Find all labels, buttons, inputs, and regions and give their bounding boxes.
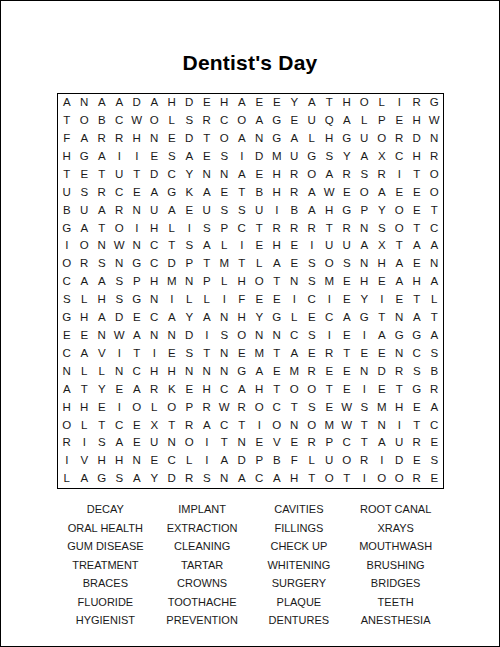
grid-cell-r11c15[interactable]: S <box>303 273 321 291</box>
grid-cell-r14c14[interactable]: C <box>286 327 304 345</box>
grid-cell-r5c3[interactable]: T <box>93 166 111 184</box>
grid-cell-r3c20[interactable]: R <box>391 130 409 148</box>
grid-cell-r2c14[interactable]: E <box>286 112 304 130</box>
grid-cell-r21c18[interactable]: R <box>356 452 374 470</box>
grid-cell-r2c13[interactable]: G <box>268 112 286 130</box>
grid-cell-r14c22[interactable]: A <box>426 327 444 345</box>
grid-cell-r16c5[interactable]: C <box>128 363 146 381</box>
grid-cell-r22c2[interactable]: A <box>76 470 94 488</box>
grid-cell-r17c21[interactable]: G <box>408 381 426 399</box>
grid-cell-r11c4[interactable]: S <box>111 273 129 291</box>
grid-cell-r18c22[interactable]: A <box>426 398 444 416</box>
grid-cell-r10c2[interactable]: R <box>76 255 94 273</box>
grid-cell-r6c20[interactable]: E <box>391 184 409 202</box>
grid-cell-r9c3[interactable]: N <box>93 237 111 255</box>
grid-cell-r9c19[interactable]: X <box>373 237 391 255</box>
grid-cell-r3c10[interactable]: O <box>216 130 234 148</box>
grid-cell-r14c10[interactable]: S <box>216 327 234 345</box>
grid-cell-r2c10[interactable]: C <box>216 112 234 130</box>
grid-cell-r7c21[interactable]: E <box>408 201 426 219</box>
grid-cell-r5c20[interactable]: I <box>391 166 409 184</box>
grid-cell-r8c12[interactable]: T <box>251 219 269 237</box>
grid-cell-r12c5[interactable]: G <box>128 291 146 309</box>
grid-cell-r5c11[interactable]: A <box>233 166 251 184</box>
grid-cell-r2c19[interactable]: P <box>373 112 391 130</box>
grid-cell-r3c1[interactable]: F <box>58 130 76 148</box>
grid-cell-r21c10[interactable]: A <box>216 452 234 470</box>
grid-cell-r3c21[interactable]: D <box>408 130 426 148</box>
grid-cell-r13c4[interactable]: D <box>111 309 129 327</box>
grid-cell-r15c19[interactable]: E <box>373 345 391 363</box>
grid-cell-r16c19[interactable]: D <box>373 363 391 381</box>
grid-cell-r3c7[interactable]: E <box>163 130 181 148</box>
grid-cell-r6c14[interactable]: R <box>286 184 304 202</box>
grid-cell-r14c4[interactable]: W <box>111 327 129 345</box>
grid-cell-r17c16[interactable]: T <box>321 381 339 399</box>
grid-cell-r6c15[interactable]: A <box>303 184 321 202</box>
grid-cell-r21c11[interactable]: D <box>233 452 251 470</box>
grid-cell-r10c9[interactable]: T <box>198 255 216 273</box>
grid-cell-r1c15[interactable]: A <box>303 94 321 112</box>
grid-cell-r5c15[interactable]: O <box>303 166 321 184</box>
grid-cell-r19c12[interactable]: I <box>251 416 269 434</box>
grid-cell-r8c8[interactable]: I <box>181 219 199 237</box>
grid-cell-r11c3[interactable]: A <box>93 273 111 291</box>
grid-cell-r4c20[interactable]: C <box>391 148 409 166</box>
grid-cell-r5c6[interactable]: D <box>146 166 164 184</box>
grid-cell-r1c7[interactable]: H <box>163 94 181 112</box>
grid-cell-r2c2[interactable]: O <box>76 112 94 130</box>
grid-cell-r10c8[interactable]: P <box>181 255 199 273</box>
grid-cell-r13c15[interactable]: E <box>303 309 321 327</box>
grid-cell-r13c10[interactable]: N <box>216 309 234 327</box>
grid-cell-r13c21[interactable]: A <box>408 309 426 327</box>
grid-cell-r7c20[interactable]: O <box>391 201 409 219</box>
grid-cell-r8c9[interactable]: S <box>198 219 216 237</box>
grid-cell-r21c1[interactable]: I <box>58 452 76 470</box>
grid-cell-r16c16[interactable]: E <box>321 363 339 381</box>
grid-cell-r17c1[interactable]: A <box>58 381 76 399</box>
grid-cell-r13c19[interactable]: T <box>373 309 391 327</box>
grid-cell-r1c12[interactable]: E <box>251 94 269 112</box>
grid-cell-r15c10[interactable]: N <box>216 345 234 363</box>
grid-cell-r6c1[interactable]: U <box>58 184 76 202</box>
grid-cell-r18c3[interactable]: E <box>93 398 111 416</box>
grid-cell-r20c13[interactable]: V <box>268 434 286 452</box>
grid-cell-r11c21[interactable]: H <box>408 273 426 291</box>
grid-cell-r19c1[interactable]: O <box>58 416 76 434</box>
grid-cell-r2c4[interactable]: C <box>111 112 129 130</box>
grid-cell-r14c2[interactable]: E <box>76 327 94 345</box>
grid-cell-r1c4[interactable]: A <box>111 94 129 112</box>
grid-cell-r6c16[interactable]: W <box>321 184 339 202</box>
grid-cell-r22c9[interactable]: S <box>198 470 216 488</box>
grid-cell-r7c18[interactable]: P <box>356 201 374 219</box>
grid-cell-r16c21[interactable]: S <box>408 363 426 381</box>
grid-cell-r19c19[interactable]: N <box>373 416 391 434</box>
grid-cell-r4c2[interactable]: G <box>76 148 94 166</box>
grid-cell-r15c4[interactable]: I <box>111 345 129 363</box>
grid-cell-r1c2[interactable]: N <box>76 94 94 112</box>
grid-cell-r19c8[interactable]: R <box>181 416 199 434</box>
grid-cell-r6c2[interactable]: S <box>76 184 94 202</box>
grid-cell-r16c11[interactable]: G <box>233 363 251 381</box>
grid-cell-r11c10[interactable]: L <box>216 273 234 291</box>
grid-cell-r12c11[interactable]: F <box>233 291 251 309</box>
grid-cell-r5c16[interactable]: A <box>321 166 339 184</box>
grid-cell-r12c2[interactable]: L <box>76 291 94 309</box>
grid-cell-r21c9[interactable]: I <box>198 452 216 470</box>
grid-cell-r11c19[interactable]: E <box>373 273 391 291</box>
grid-cell-r12c17[interactable]: E <box>338 291 356 309</box>
grid-cell-r14c17[interactable]: E <box>338 327 356 345</box>
grid-cell-r16c17[interactable]: E <box>338 363 356 381</box>
grid-cell-r22c20[interactable]: O <box>391 470 409 488</box>
grid-cell-r20c22[interactable]: E <box>426 434 444 452</box>
grid-cell-r6c22[interactable]: O <box>426 184 444 202</box>
grid-cell-r18c11[interactable]: R <box>233 398 251 416</box>
grid-cell-r12c12[interactable]: E <box>251 291 269 309</box>
grid-cell-r14c3[interactable]: N <box>93 327 111 345</box>
grid-cell-r13c2[interactable]: H <box>76 309 94 327</box>
grid-cell-r4c10[interactable]: S <box>216 148 234 166</box>
grid-cell-r18c8[interactable]: P <box>181 398 199 416</box>
grid-cell-r18c17[interactable]: W <box>338 398 356 416</box>
grid-cell-r7c7[interactable]: A <box>163 201 181 219</box>
grid-cell-r12c16[interactable]: I <box>321 291 339 309</box>
grid-cell-r17c14[interactable]: O <box>286 381 304 399</box>
grid-cell-r17c4[interactable]: E <box>111 381 129 399</box>
grid-cell-r15c3[interactable]: V <box>93 345 111 363</box>
grid-cell-r4c11[interactable]: I <box>233 148 251 166</box>
grid-cell-r13c6[interactable]: C <box>146 309 164 327</box>
grid-cell-r21c16[interactable]: U <box>321 452 339 470</box>
grid-cell-r21c15[interactable]: L <box>303 452 321 470</box>
grid-cell-r6c13[interactable]: H <box>268 184 286 202</box>
grid-cell-r16c8[interactable]: N <box>181 363 199 381</box>
grid-cell-r8c5[interactable]: I <box>128 219 146 237</box>
grid-cell-r20c8[interactable]: O <box>181 434 199 452</box>
grid-cell-r6c7[interactable]: G <box>163 184 181 202</box>
grid-cell-r13c14[interactable]: L <box>286 309 304 327</box>
grid-cell-r11c17[interactable]: E <box>338 273 356 291</box>
grid-cell-r16c14[interactable]: M <box>286 363 304 381</box>
grid-cell-r12c20[interactable]: E <box>391 291 409 309</box>
grid-cell-r9c18[interactable]: A <box>356 237 374 255</box>
grid-cell-r6c8[interactable]: K <box>181 184 199 202</box>
grid-cell-r22c21[interactable]: R <box>408 470 426 488</box>
grid-cell-r16c20[interactable]: R <box>391 363 409 381</box>
grid-cell-r8c7[interactable]: L <box>163 219 181 237</box>
grid-cell-r1c21[interactable]: R <box>408 94 426 112</box>
grid-cell-r7c22[interactable]: T <box>426 201 444 219</box>
grid-cell-r19c10[interactable]: C <box>216 416 234 434</box>
grid-cell-r12c18[interactable]: Y <box>356 291 374 309</box>
grid-cell-r5c9[interactable]: N <box>198 166 216 184</box>
grid-cell-r17c13[interactable]: T <box>268 381 286 399</box>
grid-cell-r17c2[interactable]: T <box>76 381 94 399</box>
grid-cell-r22c19[interactable]: O <box>373 470 391 488</box>
grid-cell-r22c12[interactable]: C <box>251 470 269 488</box>
grid-cell-r18c14[interactable]: T <box>286 398 304 416</box>
grid-cell-r20c14[interactable]: E <box>286 434 304 452</box>
grid-cell-r10c1[interactable]: O <box>58 255 76 273</box>
grid-cell-r4c7[interactable]: S <box>163 148 181 166</box>
grid-cell-r15c7[interactable]: E <box>163 345 181 363</box>
grid-cell-r11c16[interactable]: M <box>321 273 339 291</box>
grid-cell-r20c17[interactable]: C <box>338 434 356 452</box>
grid-cell-r12c14[interactable]: I <box>286 291 304 309</box>
grid-cell-r17c6[interactable]: R <box>146 381 164 399</box>
grid-cell-r9c22[interactable]: A <box>426 237 444 255</box>
grid-cell-r13c13[interactable]: G <box>268 309 286 327</box>
grid-cell-r18c15[interactable]: S <box>303 398 321 416</box>
grid-cell-r20c20[interactable]: U <box>391 434 409 452</box>
grid-cell-r8c2[interactable]: A <box>76 219 94 237</box>
grid-cell-r16c15[interactable]: R <box>303 363 321 381</box>
grid-cell-r4c12[interactable]: D <box>251 148 269 166</box>
grid-cell-r1c5[interactable]: D <box>128 94 146 112</box>
grid-cell-r19c3[interactable]: T <box>93 416 111 434</box>
grid-cell-r4c17[interactable]: Y <box>338 148 356 166</box>
grid-cell-r15c14[interactable]: A <box>286 345 304 363</box>
grid-cell-r12c4[interactable]: S <box>111 291 129 309</box>
grid-cell-r10c20[interactable]: A <box>391 255 409 273</box>
grid-cell-r12c7[interactable]: I <box>163 291 181 309</box>
grid-cell-r13c16[interactable]: C <box>321 309 339 327</box>
grid-cell-r9c20[interactable]: T <box>391 237 409 255</box>
grid-cell-r5c19[interactable]: R <box>373 166 391 184</box>
grid-cell-r9c1[interactable]: I <box>58 237 76 255</box>
grid-cell-r8c14[interactable]: R <box>286 219 304 237</box>
grid-cell-r5c7[interactable]: C <box>163 166 181 184</box>
grid-cell-r5c12[interactable]: E <box>251 166 269 184</box>
grid-cell-r12c9[interactable]: L <box>198 291 216 309</box>
grid-cell-r7c3[interactable]: A <box>93 201 111 219</box>
grid-cell-r11c22[interactable]: A <box>426 273 444 291</box>
grid-cell-r2c7[interactable]: L <box>163 112 181 130</box>
grid-cell-r10c7[interactable]: D <box>163 255 181 273</box>
grid-cell-r10c13[interactable]: A <box>268 255 286 273</box>
grid-cell-r11c14[interactable]: N <box>286 273 304 291</box>
grid-cell-r13c12[interactable]: Y <box>251 309 269 327</box>
grid-cell-r9c4[interactable]: W <box>111 237 129 255</box>
grid-cell-r11c20[interactable]: A <box>391 273 409 291</box>
grid-cell-r7c6[interactable]: U <box>146 201 164 219</box>
grid-cell-r18c4[interactable]: I <box>111 398 129 416</box>
grid-cell-r8c13[interactable]: R <box>268 219 286 237</box>
grid-cell-r20c16[interactable]: P <box>321 434 339 452</box>
grid-cell-r7c10[interactable]: S <box>216 201 234 219</box>
grid-cell-r1c8[interactable]: D <box>181 94 199 112</box>
grid-cell-r2c22[interactable]: W <box>426 112 444 130</box>
grid-cell-r14c16[interactable]: I <box>321 327 339 345</box>
grid-cell-r17c10[interactable]: C <box>216 381 234 399</box>
grid-cell-r2c17[interactable]: A <box>338 112 356 130</box>
grid-cell-r1c14[interactable]: Y <box>286 94 304 112</box>
grid-cell-r4c8[interactable]: A <box>181 148 199 166</box>
grid-cell-r1c13[interactable]: E <box>268 94 286 112</box>
grid-cell-r6c10[interactable]: E <box>216 184 234 202</box>
grid-cell-r11c5[interactable]: P <box>128 273 146 291</box>
grid-cell-r21c20[interactable]: D <box>391 452 409 470</box>
grid-cell-r9c2[interactable]: O <box>76 237 94 255</box>
grid-cell-r12c10[interactable]: I <box>216 291 234 309</box>
grid-cell-r4c18[interactable]: A <box>356 148 374 166</box>
grid-cell-r3c19[interactable]: O <box>373 130 391 148</box>
grid-cell-r11c11[interactable]: H <box>233 273 251 291</box>
grid-cell-r22c11[interactable]: A <box>233 470 251 488</box>
grid-cell-r18c5[interactable]: O <box>128 398 146 416</box>
grid-cell-r5c10[interactable]: N <box>216 166 234 184</box>
grid-cell-r6c19[interactable]: A <box>373 184 391 202</box>
grid-cell-r22c7[interactable]: D <box>163 470 181 488</box>
grid-cell-r16c12[interactable]: A <box>251 363 269 381</box>
grid-cell-r18c13[interactable]: C <box>268 398 286 416</box>
grid-cell-r5c2[interactable]: E <box>76 166 94 184</box>
grid-cell-r9c10[interactable]: L <box>216 237 234 255</box>
grid-cell-r22c14[interactable]: H <box>286 470 304 488</box>
grid-cell-r13c7[interactable]: A <box>163 309 181 327</box>
grid-cell-r20c4[interactable]: A <box>111 434 129 452</box>
grid-cell-r3c6[interactable]: N <box>146 130 164 148</box>
grid-cell-r11c1[interactable]: C <box>58 273 76 291</box>
grid-cell-r3c17[interactable]: G <box>338 130 356 148</box>
grid-cell-r10c4[interactable]: N <box>111 255 129 273</box>
grid-cell-r8c21[interactable]: T <box>408 219 426 237</box>
grid-cell-r7c2[interactable]: U <box>76 201 94 219</box>
grid-cell-r20c6[interactable]: U <box>146 434 164 452</box>
grid-cell-r19c18[interactable]: T <box>356 416 374 434</box>
grid-cell-r21c21[interactable]: E <box>408 452 426 470</box>
grid-cell-r10c10[interactable]: M <box>216 255 234 273</box>
grid-cell-r15c1[interactable]: C <box>58 345 76 363</box>
grid-cell-r21c12[interactable]: P <box>251 452 269 470</box>
grid-cell-r7c14[interactable]: B <box>286 201 304 219</box>
grid-cell-r7c4[interactable]: R <box>111 201 129 219</box>
grid-cell-r4c15[interactable]: G <box>303 148 321 166</box>
grid-cell-r17c19[interactable]: E <box>373 381 391 399</box>
grid-cell-r19c11[interactable]: T <box>233 416 251 434</box>
grid-cell-r2c16[interactable]: Q <box>321 112 339 130</box>
grid-cell-r18c9[interactable]: R <box>198 398 216 416</box>
grid-cell-r9c5[interactable]: N <box>128 237 146 255</box>
grid-cell-r15c16[interactable]: R <box>321 345 339 363</box>
grid-cell-r8c15[interactable]: R <box>303 219 321 237</box>
grid-cell-r8c1[interactable]: G <box>58 219 76 237</box>
grid-cell-r14c5[interactable]: A <box>128 327 146 345</box>
grid-cell-r19c5[interactable]: E <box>128 416 146 434</box>
grid-cell-r22c10[interactable]: N <box>216 470 234 488</box>
grid-cell-r15c22[interactable]: S <box>426 345 444 363</box>
grid-cell-r10c14[interactable]: E <box>286 255 304 273</box>
grid-cell-r10c17[interactable]: S <box>338 255 356 273</box>
grid-cell-r9c12[interactable]: E <box>251 237 269 255</box>
grid-cell-r11c7[interactable]: M <box>163 273 181 291</box>
grid-cell-r16c13[interactable]: E <box>268 363 286 381</box>
grid-cell-r18c6[interactable]: L <box>146 398 164 416</box>
grid-cell-r2c21[interactable]: H <box>408 112 426 130</box>
grid-cell-r3c2[interactable]: A <box>76 130 94 148</box>
grid-cell-r9c13[interactable]: H <box>268 237 286 255</box>
grid-cell-r2c18[interactable]: L <box>356 112 374 130</box>
grid-cell-r9c7[interactable]: T <box>163 237 181 255</box>
grid-cell-r21c6[interactable]: E <box>146 452 164 470</box>
grid-cell-r21c7[interactable]: C <box>163 452 181 470</box>
grid-cell-r20c18[interactable]: T <box>356 434 374 452</box>
grid-cell-r10c22[interactable]: N <box>426 255 444 273</box>
grid-cell-r6c12[interactable]: B <box>251 184 269 202</box>
grid-cell-r6c4[interactable]: C <box>111 184 129 202</box>
grid-cell-r2c5[interactable]: W <box>128 112 146 130</box>
grid-cell-r1c1[interactable]: A <box>58 94 76 112</box>
grid-cell-r13c17[interactable]: A <box>338 309 356 327</box>
grid-cell-r2c20[interactable]: E <box>391 112 409 130</box>
grid-cell-r17c18[interactable]: I <box>356 381 374 399</box>
grid-cell-r8c22[interactable]: C <box>426 219 444 237</box>
grid-cell-r13c20[interactable]: N <box>391 309 409 327</box>
grid-cell-r10c3[interactable]: S <box>93 255 111 273</box>
grid-cell-r7c16[interactable]: H <box>321 201 339 219</box>
grid-cell-r11c2[interactable]: A <box>76 273 94 291</box>
grid-cell-r16c2[interactable]: L <box>76 363 94 381</box>
grid-cell-r17c8[interactable]: E <box>181 381 199 399</box>
grid-cell-r12c19[interactable]: I <box>373 291 391 309</box>
grid-cell-r21c8[interactable]: L <box>181 452 199 470</box>
grid-cell-r2c15[interactable]: U <box>303 112 321 130</box>
grid-cell-r19c16[interactable]: M <box>321 416 339 434</box>
grid-cell-r12c3[interactable]: H <box>93 291 111 309</box>
grid-cell-r4c16[interactable]: S <box>321 148 339 166</box>
grid-cell-r13c18[interactable]: G <box>356 309 374 327</box>
grid-cell-r4c14[interactable]: U <box>286 148 304 166</box>
grid-cell-r21c17[interactable]: O <box>338 452 356 470</box>
grid-cell-r12c22[interactable]: L <box>426 291 444 309</box>
grid-cell-r14c19[interactable]: A <box>373 327 391 345</box>
grid-cell-r4c13[interactable]: M <box>268 148 286 166</box>
grid-cell-r12c1[interactable]: S <box>58 291 76 309</box>
grid-cell-r1c9[interactable]: E <box>198 94 216 112</box>
grid-cell-r10c5[interactable]: G <box>128 255 146 273</box>
grid-cell-r18c20[interactable]: H <box>391 398 409 416</box>
grid-cell-r17c11[interactable]: A <box>233 381 251 399</box>
grid-cell-r10c12[interactable]: L <box>251 255 269 273</box>
grid-cell-r12c21[interactable]: T <box>408 291 426 309</box>
grid-cell-r17c3[interactable]: Y <box>93 381 111 399</box>
grid-cell-r8c17[interactable]: R <box>338 219 356 237</box>
grid-cell-r2c8[interactable]: S <box>181 112 199 130</box>
grid-cell-r20c5[interactable]: E <box>128 434 146 452</box>
grid-cell-r3c11[interactable]: A <box>233 130 251 148</box>
grid-cell-r3c5[interactable]: H <box>128 130 146 148</box>
grid-cell-r2c1[interactable]: T <box>58 112 76 130</box>
grid-cell-r13c11[interactable]: H <box>233 309 251 327</box>
grid-cell-r6c21[interactable]: E <box>408 184 426 202</box>
grid-cell-r1c3[interactable]: A <box>93 94 111 112</box>
grid-cell-r22c22[interactable]: E <box>426 470 444 488</box>
grid-cell-r18c12[interactable]: O <box>251 398 269 416</box>
grid-cell-r20c7[interactable]: N <box>163 434 181 452</box>
grid-cell-r16c22[interactable]: B <box>426 363 444 381</box>
grid-cell-r1c16[interactable]: T <box>321 94 339 112</box>
grid-cell-r7c19[interactable]: Y <box>373 201 391 219</box>
grid-cell-r4c1[interactable]: H <box>58 148 76 166</box>
grid-cell-r22c18[interactable]: I <box>356 470 374 488</box>
grid-cell-r14c12[interactable]: N <box>251 327 269 345</box>
grid-cell-r9c9[interactable]: A <box>198 237 216 255</box>
grid-cell-r21c14[interactable]: F <box>286 452 304 470</box>
grid-cell-r11c13[interactable]: T <box>268 273 286 291</box>
